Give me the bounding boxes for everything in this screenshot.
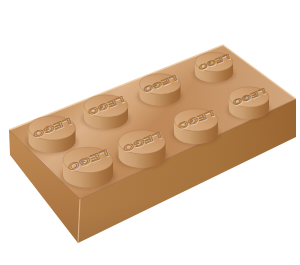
stud-front-1: LEGOLEGO — [60, 147, 116, 189]
stud-back-1: LEGOLEGO — [26, 116, 79, 154]
stud-front-4: LEGOLEGO — [227, 87, 272, 121]
lego-plate-render: LEGOLEGOLEGOLEGOLEGOLEGOLEGOLEGOLEGOLEGO… — [0, 0, 300, 265]
product-image-lego-plate-2x4: LEGOLEGOLEGOLEGOLEGOLEGOLEGOLEGOLEGOLEGO… — [0, 0, 300, 265]
stud-back-2: LEGOLEGO — [81, 95, 130, 131]
stud-front-2: LEGOLEGO — [116, 130, 169, 169]
stud-back-3: LEGOLEGO — [137, 74, 183, 108]
stud-front-3: LEGOLEGO — [171, 109, 220, 146]
stud-back-4: LEGOLEGO — [193, 52, 236, 83]
